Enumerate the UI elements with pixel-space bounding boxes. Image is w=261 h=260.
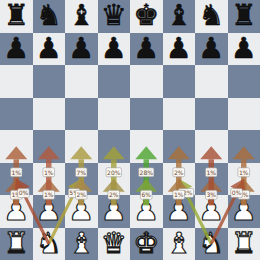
piece-white-pawn[interactable]: ♟ [166,194,192,227]
square-c6[interactable] [65,65,98,98]
square-c7[interactable]: ♟ [65,33,98,66]
square-b4[interactable] [33,130,66,163]
piece-white-pawn[interactable]: ♟ [133,194,159,227]
square-d4[interactable] [98,130,131,163]
square-b3[interactable] [33,163,66,196]
square-b2[interactable]: ♟ [33,195,66,228]
square-h6[interactable] [228,65,261,98]
square-d2[interactable]: ♟ [98,195,131,228]
square-h5[interactable] [228,98,261,131]
square-c5[interactable] [65,98,98,131]
square-e2[interactable]: ♟ [130,195,163,228]
square-e1[interactable]: ♚ [130,228,163,260]
piece-black-pawn[interactable]: ♟ [68,32,94,65]
square-g1[interactable]: ♞ [195,228,228,260]
piece-white-pawn[interactable]: ♟ [68,194,94,227]
piece-white-pawn[interactable]: ♟ [198,194,224,227]
square-g2[interactable]: ♟ [195,195,228,228]
piece-black-knight[interactable]: ♞ [198,0,224,32]
square-c3[interactable] [65,163,98,196]
piece-white-knight[interactable]: ♞ [36,227,62,260]
square-a4[interactable] [0,130,33,163]
square-b1[interactable]: ♞ [33,228,66,260]
square-b7[interactable]: ♟ [33,33,66,66]
square-h2[interactable]: ♟ [228,195,261,228]
piece-black-bishop[interactable]: ♝ [166,0,192,32]
square-a1[interactable]: ♜ [0,228,33,260]
piece-black-pawn[interactable]: ♟ [3,32,29,65]
square-d5[interactable] [98,98,131,131]
chess-board-screenshot: ♜♞♝♛♚♝♞♜♟♟♟♟♟♟♟♟♟♟♟♟♟♟♟♟♜♞♝♛♚♝♞♜ 28%20%1… [0,0,260,260]
square-f1[interactable]: ♝ [163,228,196,260]
square-g5[interactable] [195,98,228,131]
square-a6[interactable] [0,65,33,98]
square-g4[interactable] [195,130,228,163]
square-e4[interactable] [130,130,163,163]
square-e8[interactable]: ♚ [130,0,163,33]
square-d3[interactable] [98,163,131,196]
square-g3[interactable] [195,163,228,196]
piece-black-pawn[interactable]: ♟ [231,32,257,65]
square-g6[interactable] [195,65,228,98]
piece-white-rook[interactable]: ♜ [3,227,29,260]
square-h1[interactable]: ♜ [228,228,261,260]
square-b6[interactable] [33,65,66,98]
piece-white-bishop[interactable]: ♝ [68,227,94,260]
piece-black-pawn[interactable]: ♟ [101,32,127,65]
square-h4[interactable] [228,130,261,163]
square-c8[interactable]: ♝ [65,0,98,33]
square-g8[interactable]: ♞ [195,0,228,33]
piece-white-rook[interactable]: ♜ [231,227,257,260]
square-c2[interactable]: ♟ [65,195,98,228]
piece-white-pawn[interactable]: ♟ [36,194,62,227]
piece-black-pawn[interactable]: ♟ [133,32,159,65]
square-b8[interactable]: ♞ [33,0,66,33]
square-d8[interactable]: ♛ [98,0,131,33]
square-a8[interactable]: ♜ [0,0,33,33]
piece-black-pawn[interactable]: ♟ [166,32,192,65]
square-h7[interactable]: ♟ [228,33,261,66]
square-d7[interactable]: ♟ [98,33,131,66]
piece-black-rook[interactable]: ♜ [3,0,29,32]
square-b5[interactable] [33,98,66,131]
square-g7[interactable]: ♟ [195,33,228,66]
square-c4[interactable] [65,130,98,163]
piece-black-knight[interactable]: ♞ [36,0,62,32]
square-h8[interactable]: ♜ [228,0,261,33]
square-d6[interactable] [98,65,131,98]
square-f2[interactable]: ♟ [163,195,196,228]
piece-white-queen[interactable]: ♛ [101,227,127,260]
square-f3[interactable] [163,163,196,196]
square-e7[interactable]: ♟ [130,33,163,66]
piece-white-pawn[interactable]: ♟ [101,194,127,227]
square-h3[interactable] [228,163,261,196]
square-f8[interactable]: ♝ [163,0,196,33]
piece-white-bishop[interactable]: ♝ [166,227,192,260]
piece-black-pawn[interactable]: ♟ [36,32,62,65]
piece-black-rook[interactable]: ♜ [231,0,257,32]
square-a3[interactable] [0,163,33,196]
square-e3[interactable] [130,163,163,196]
square-f5[interactable] [163,98,196,131]
square-e6[interactable] [130,65,163,98]
square-f4[interactable] [163,130,196,163]
piece-white-king[interactable]: ♚ [133,227,159,260]
piece-white-pawn[interactable]: ♟ [231,194,257,227]
square-f6[interactable] [163,65,196,98]
square-a7[interactable]: ♟ [0,33,33,66]
piece-black-bishop[interactable]: ♝ [68,0,94,32]
piece-black-king[interactable]: ♚ [133,0,159,32]
square-a5[interactable] [0,98,33,131]
square-a2[interactable]: ♟ [0,195,33,228]
piece-white-knight[interactable]: ♞ [198,227,224,260]
piece-black-queen[interactable]: ♛ [101,0,127,32]
square-e5[interactable] [130,98,163,131]
chess-board: ♜♞♝♛♚♝♞♜♟♟♟♟♟♟♟♟♟♟♟♟♟♟♟♟♜♞♝♛♚♝♞♜ [0,0,260,260]
square-d1[interactable]: ♛ [98,228,131,260]
piece-black-pawn[interactable]: ♟ [198,32,224,65]
square-c1[interactable]: ♝ [65,228,98,260]
square-f7[interactable]: ♟ [163,33,196,66]
piece-white-pawn[interactable]: ♟ [3,194,29,227]
